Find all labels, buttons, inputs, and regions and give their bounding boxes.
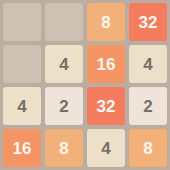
- tile-r1c4-32: 32: [129, 3, 167, 41]
- tile-r3c1-4: 4: [3, 87, 41, 125]
- tile-r1c2-empty: [45, 3, 83, 41]
- tile-r2c1-empty: [3, 45, 41, 83]
- tile-r1c1-empty: [3, 3, 41, 41]
- tile-r3c3-32: 32: [87, 87, 125, 125]
- tile-r4c3-4: 4: [87, 129, 125, 167]
- tile-r2c4-4: 4: [129, 45, 167, 83]
- tile-r2c2-4: 4: [45, 45, 83, 83]
- game-board-2048[interactable]: 8 32 4 16 4 4 2 32 2 16 8 4 8: [0, 0, 170, 170]
- tile-r2c3-16: 16: [87, 45, 125, 83]
- tile-r3c4-2: 2: [129, 87, 167, 125]
- tile-r4c4-8: 8: [129, 129, 167, 167]
- tile-r4c1-16: 16: [3, 129, 41, 167]
- tile-r4c2-8: 8: [45, 129, 83, 167]
- tile-r3c2-2: 2: [45, 87, 83, 125]
- tile-r1c3-8: 8: [87, 3, 125, 41]
